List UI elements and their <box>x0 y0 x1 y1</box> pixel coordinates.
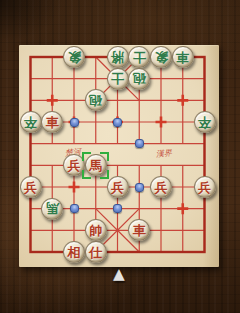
legal-move-dot[interactable] <box>113 204 122 213</box>
piece-black-elephant[interactable]: 象 <box>63 46 85 68</box>
legal-move-dot[interactable] <box>113 118 122 127</box>
point-marker <box>177 95 188 106</box>
piece-red-soldier[interactable]: 兵 <box>194 176 216 198</box>
open-menu-arrow-button[interactable]: ▲ <box>109 265 129 283</box>
legal-move-dot[interactable] <box>70 118 79 127</box>
piece-character: 車 <box>176 51 189 64</box>
piece-character: 兵 <box>198 181 211 194</box>
piece-red-advisor[interactable]: 仕 <box>85 241 107 263</box>
piece-black-advisor[interactable]: 士 <box>107 68 129 90</box>
selected-piece-highlight <box>82 152 109 179</box>
point-marker <box>177 203 188 214</box>
piece-red-soldier[interactable]: 兵 <box>20 176 42 198</box>
piece-black-soldier[interactable]: 卒 <box>194 111 216 133</box>
piece-black-general[interactable]: 將 <box>107 46 129 68</box>
piece-character: 象 <box>155 51 168 64</box>
piece-character: 兵 <box>68 159 81 172</box>
piece-character: 砲 <box>89 94 102 107</box>
piece-character: 馬 <box>46 202 59 215</box>
piece-character: 兵 <box>111 181 124 194</box>
piece-character: 士 <box>111 72 124 85</box>
legal-move-dot[interactable] <box>135 183 144 192</box>
point-marker <box>69 182 80 193</box>
piece-character: 車 <box>133 224 146 237</box>
point-marker <box>47 95 58 106</box>
piece-red-soldier[interactable]: 兵 <box>107 176 129 198</box>
piece-black-cannon[interactable]: 砲 <box>85 89 107 111</box>
piece-red-elephant[interactable]: 相 <box>63 241 85 263</box>
legal-move-dot[interactable] <box>70 204 79 213</box>
river-mark-right: 漢界 <box>155 147 172 160</box>
piece-character: 兵 <box>155 181 168 194</box>
piece-character: 士 <box>133 51 146 64</box>
piece-character: 相 <box>68 246 81 259</box>
piece-black-chariot[interactable]: 車 <box>172 46 194 68</box>
legal-move-dot[interactable] <box>135 139 144 148</box>
piece-character: 仕 <box>89 246 102 259</box>
piece-black-elephant[interactable]: 象 <box>150 46 172 68</box>
piece-black-horse[interactable]: 馬 <box>41 198 63 220</box>
piece-red-general[interactable]: 帥 <box>85 219 107 241</box>
piece-character: 將 <box>111 51 124 64</box>
piece-character: 卒 <box>198 116 211 129</box>
piece-black-cannon[interactable]: 砲 <box>128 68 150 90</box>
point-marker <box>156 117 167 128</box>
piece-red-soldier[interactable]: 兵 <box>150 176 172 198</box>
piece-character: 車 <box>46 116 59 129</box>
piece-character: 象 <box>68 51 81 64</box>
piece-character: 卒 <box>24 116 37 129</box>
piece-black-soldier[interactable]: 卒 <box>20 111 42 133</box>
piece-character: 兵 <box>24 181 37 194</box>
game-screen: 楚河 漢界 ▲ 象將士象車士砲砲卒車卒兵馬兵兵兵兵馬帥車相仕 <box>0 0 240 313</box>
piece-character: 砲 <box>133 72 146 85</box>
piece-character: 帥 <box>89 224 102 237</box>
